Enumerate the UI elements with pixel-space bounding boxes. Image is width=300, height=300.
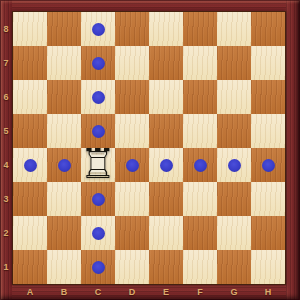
square-a2[interactable] bbox=[13, 216, 47, 250]
rank-label-2: 2 bbox=[3, 228, 8, 238]
move-hint-dot[interactable] bbox=[92, 57, 105, 70]
square-d3[interactable] bbox=[115, 182, 149, 216]
file-label-F: F bbox=[197, 287, 203, 297]
square-a7[interactable] bbox=[13, 46, 47, 80]
move-hint-dot[interactable] bbox=[92, 227, 105, 240]
square-f1[interactable] bbox=[183, 250, 217, 284]
file-label-H: H bbox=[265, 287, 272, 297]
square-b4[interactable] bbox=[47, 148, 81, 182]
move-hint-dot[interactable] bbox=[228, 159, 241, 172]
move-hint-dot[interactable] bbox=[92, 91, 105, 104]
square-d6[interactable] bbox=[115, 80, 149, 114]
square-e6[interactable] bbox=[149, 80, 183, 114]
square-d2[interactable] bbox=[115, 216, 149, 250]
square-h1[interactable] bbox=[251, 250, 285, 284]
frame-edge-left bbox=[0, 0, 12, 300]
rank-label-3: 3 bbox=[3, 194, 8, 204]
square-a5[interactable] bbox=[13, 114, 47, 148]
square-c6[interactable] bbox=[81, 80, 115, 114]
move-hint-dot[interactable] bbox=[92, 261, 105, 274]
square-g6[interactable] bbox=[217, 80, 251, 114]
square-e2[interactable] bbox=[149, 216, 183, 250]
square-a6[interactable] bbox=[13, 80, 47, 114]
square-f4[interactable] bbox=[183, 148, 217, 182]
piece-outline-glyph: ♖ bbox=[80, 144, 117, 185]
square-g1[interactable] bbox=[217, 250, 251, 284]
square-c4[interactable]: ♜♖ bbox=[81, 148, 115, 182]
square-h6[interactable] bbox=[251, 80, 285, 114]
frame-edge-bottom bbox=[0, 285, 300, 300]
rank-label-6: 6 bbox=[3, 92, 8, 102]
square-g4[interactable] bbox=[217, 148, 251, 182]
square-f8[interactable] bbox=[183, 12, 217, 46]
rank-label-7: 7 bbox=[3, 58, 8, 68]
frame-edge-right bbox=[286, 0, 300, 300]
square-e7[interactable] bbox=[149, 46, 183, 80]
rank-label-4: 4 bbox=[3, 160, 8, 170]
square-h5[interactable] bbox=[251, 114, 285, 148]
square-f5[interactable] bbox=[183, 114, 217, 148]
square-c1[interactable] bbox=[81, 250, 115, 284]
move-hint-dot[interactable] bbox=[92, 23, 105, 36]
square-f3[interactable] bbox=[183, 182, 217, 216]
square-a4[interactable] bbox=[13, 148, 47, 182]
move-hint-dot[interactable] bbox=[92, 193, 105, 206]
square-e4[interactable] bbox=[149, 148, 183, 182]
square-f2[interactable] bbox=[183, 216, 217, 250]
square-e1[interactable] bbox=[149, 250, 183, 284]
square-g3[interactable] bbox=[217, 182, 251, 216]
square-c3[interactable] bbox=[81, 182, 115, 216]
square-d4[interactable] bbox=[115, 148, 149, 182]
square-d5[interactable] bbox=[115, 114, 149, 148]
square-a1[interactable] bbox=[13, 250, 47, 284]
move-hint-dot[interactable] bbox=[194, 159, 207, 172]
rank-label-5: 5 bbox=[3, 126, 8, 136]
square-b1[interactable] bbox=[47, 250, 81, 284]
square-d1[interactable] bbox=[115, 250, 149, 284]
square-h2[interactable] bbox=[251, 216, 285, 250]
file-label-B: B bbox=[61, 287, 68, 297]
square-h7[interactable] bbox=[251, 46, 285, 80]
file-label-D: D bbox=[129, 287, 136, 297]
square-c8[interactable] bbox=[81, 12, 115, 46]
move-hint-dot[interactable] bbox=[58, 159, 71, 172]
file-label-A: A bbox=[27, 287, 34, 297]
file-label-E: E bbox=[163, 287, 169, 297]
file-label-C: C bbox=[95, 287, 102, 297]
move-hint-dot[interactable] bbox=[262, 159, 275, 172]
square-a8[interactable] bbox=[13, 12, 47, 46]
rank-label-8: 8 bbox=[3, 24, 8, 34]
square-b6[interactable] bbox=[47, 80, 81, 114]
square-c2[interactable] bbox=[81, 216, 115, 250]
square-e5[interactable] bbox=[149, 114, 183, 148]
move-hint-dot[interactable] bbox=[160, 159, 173, 172]
square-d7[interactable] bbox=[115, 46, 149, 80]
move-hint-dot[interactable] bbox=[92, 125, 105, 138]
square-b3[interactable] bbox=[47, 182, 81, 216]
square-e3[interactable] bbox=[149, 182, 183, 216]
square-g5[interactable] bbox=[217, 114, 251, 148]
square-f6[interactable] bbox=[183, 80, 217, 114]
square-a3[interactable] bbox=[13, 182, 47, 216]
square-b8[interactable] bbox=[47, 12, 81, 46]
move-hint-dot[interactable] bbox=[126, 159, 139, 172]
rank-label-1: 1 bbox=[3, 262, 8, 272]
square-g8[interactable] bbox=[217, 12, 251, 46]
square-b7[interactable] bbox=[47, 46, 81, 80]
file-label-G: G bbox=[230, 287, 237, 297]
square-g2[interactable] bbox=[217, 216, 251, 250]
board: ♜♖ bbox=[12, 11, 286, 285]
square-h3[interactable] bbox=[251, 182, 285, 216]
square-h8[interactable] bbox=[251, 12, 285, 46]
square-g7[interactable] bbox=[217, 46, 251, 80]
square-b5[interactable] bbox=[47, 114, 81, 148]
chess-training-window: ♜♖ 87654321ABCDEFGH bbox=[0, 0, 300, 300]
square-b2[interactable] bbox=[47, 216, 81, 250]
square-h4[interactable] bbox=[251, 148, 285, 182]
move-hint-dot[interactable] bbox=[24, 159, 37, 172]
square-c7[interactable] bbox=[81, 46, 115, 80]
square-e8[interactable] bbox=[149, 12, 183, 46]
white-rook[interactable]: ♜♖ bbox=[81, 148, 115, 182]
square-f7[interactable] bbox=[183, 46, 217, 80]
square-d8[interactable] bbox=[115, 12, 149, 46]
